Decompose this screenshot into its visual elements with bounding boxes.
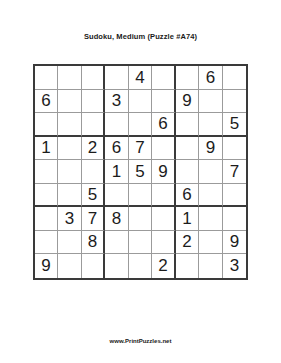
sudoku-empty-cell <box>223 137 247 161</box>
sudoku-given-cell: 5 <box>82 184 106 208</box>
sudoku-empty-cell <box>58 184 82 208</box>
sudoku-given-cell: 7 <box>82 207 106 231</box>
sudoku-board: 4663965126791597563781829923 <box>33 64 249 280</box>
sudoku-empty-cell <box>105 231 129 255</box>
sudoku-given-cell: 9 <box>35 254 59 278</box>
sudoku-given-cell: 9 <box>199 137 223 161</box>
sudoku-empty-cell <box>82 90 106 114</box>
sudoku-given-cell: 6 <box>35 90 59 114</box>
sudoku-empty-cell <box>223 90 247 114</box>
sudoku-given-cell: 4 <box>129 66 153 90</box>
sudoku-empty-cell <box>58 66 82 90</box>
sudoku-given-cell: 5 <box>129 160 153 184</box>
sudoku-empty-cell <box>58 231 82 255</box>
sudoku-empty-cell <box>199 160 223 184</box>
sudoku-empty-cell <box>58 160 82 184</box>
sudoku-empty-cell <box>176 113 200 137</box>
sudoku-empty-cell <box>35 207 59 231</box>
sudoku-empty-cell <box>176 254 200 278</box>
sudoku-empty-cell <box>152 184 176 208</box>
sudoku-given-cell: 2 <box>82 137 106 161</box>
sudoku-given-cell: 8 <box>105 207 129 231</box>
sudoku-empty-cell <box>105 66 129 90</box>
sudoku-given-cell: 1 <box>35 137 59 161</box>
sudoku-empty-cell <box>35 66 59 90</box>
sudoku-empty-cell <box>58 90 82 114</box>
sudoku-empty-cell <box>35 160 59 184</box>
sudoku-empty-cell <box>35 231 59 255</box>
sudoku-given-cell: 2 <box>176 231 200 255</box>
sudoku-given-cell: 6 <box>152 113 176 137</box>
page-title: Sudoku, Medium (Puzzle #A74) <box>0 32 281 41</box>
sudoku-empty-cell <box>176 160 200 184</box>
sudoku-given-cell: 9 <box>223 231 247 255</box>
footer-site-url: www.PrintPuzzles.net <box>0 338 281 344</box>
sudoku-given-cell: 7 <box>129 137 153 161</box>
sudoku-empty-cell <box>199 254 223 278</box>
sudoku-given-cell: 3 <box>58 207 82 231</box>
sudoku-empty-cell <box>129 207 153 231</box>
sudoku-empty-cell <box>82 254 106 278</box>
sudoku-empty-cell <box>82 66 106 90</box>
sudoku-given-cell: 6 <box>176 184 200 208</box>
sudoku-empty-cell <box>35 113 59 137</box>
sudoku-given-cell: 2 <box>152 254 176 278</box>
sudoku-empty-cell <box>199 207 223 231</box>
sudoku-given-cell: 6 <box>105 137 129 161</box>
sudoku-given-cell: 3 <box>223 254 247 278</box>
sudoku-empty-cell <box>223 184 247 208</box>
sudoku-empty-cell <box>199 184 223 208</box>
sudoku-given-cell: 1 <box>176 207 200 231</box>
sudoku-empty-cell <box>199 231 223 255</box>
sudoku-empty-cell <box>152 137 176 161</box>
sudoku-empty-cell <box>223 66 247 90</box>
sudoku-empty-cell <box>152 231 176 255</box>
sudoku-given-cell: 6 <box>199 66 223 90</box>
sudoku-given-cell: 1 <box>105 160 129 184</box>
sudoku-given-cell: 9 <box>176 90 200 114</box>
sudoku-empty-cell <box>129 90 153 114</box>
sudoku-empty-cell <box>129 254 153 278</box>
sudoku-empty-cell <box>82 113 106 137</box>
sudoku-empty-cell <box>58 254 82 278</box>
sudoku-empty-cell <box>176 137 200 161</box>
sudoku-given-cell: 8 <box>82 231 106 255</box>
sudoku-empty-cell <box>152 66 176 90</box>
sudoku-given-cell: 3 <box>105 90 129 114</box>
sudoku-empty-cell <box>152 207 176 231</box>
sudoku-empty-cell <box>105 184 129 208</box>
sudoku-empty-cell <box>129 113 153 137</box>
sudoku-given-cell: 5 <box>223 113 247 137</box>
sudoku-empty-cell <box>82 160 106 184</box>
sudoku-given-cell: 7 <box>223 160 247 184</box>
sudoku-board-container: 4663965126791597563781829923 <box>0 64 281 280</box>
sudoku-empty-cell <box>129 231 153 255</box>
sudoku-given-cell: 9 <box>152 160 176 184</box>
sudoku-empty-cell <box>176 66 200 90</box>
sudoku-empty-cell <box>199 90 223 114</box>
sudoku-empty-cell <box>152 90 176 114</box>
sudoku-empty-cell <box>35 184 59 208</box>
sudoku-empty-cell <box>105 113 129 137</box>
sudoku-empty-cell <box>199 113 223 137</box>
sudoku-empty-cell <box>129 184 153 208</box>
sudoku-empty-cell <box>58 137 82 161</box>
sudoku-empty-cell <box>223 207 247 231</box>
sudoku-empty-cell <box>58 113 82 137</box>
sudoku-empty-cell <box>105 254 129 278</box>
